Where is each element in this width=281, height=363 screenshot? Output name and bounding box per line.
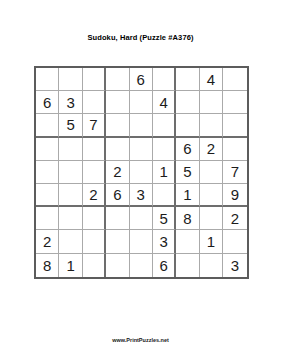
sudoku-cell-r1c9 <box>223 68 246 91</box>
sudoku-cell-r5c5 <box>130 161 153 184</box>
sudoku-cell-r5c6: 1 <box>153 161 176 184</box>
sudoku-cell-r2c1: 6 <box>36 91 59 114</box>
sudoku-cell-r6c9: 9 <box>223 184 246 207</box>
sudoku-cell-r1c1 <box>36 68 59 91</box>
sudoku-cell-r3c7 <box>176 114 199 137</box>
sudoku-cell-r5c4: 2 <box>106 161 129 184</box>
sudoku-cell-r7c3 <box>83 207 106 230</box>
sudoku-cell-r2c2: 3 <box>59 91 82 114</box>
sudoku-cell-r8c1: 2 <box>36 230 59 253</box>
sudoku-cell-r2c6: 4 <box>153 91 176 114</box>
sudoku-cell-r7c6: 5 <box>153 207 176 230</box>
sudoku-cell-r3c8 <box>200 114 223 137</box>
sudoku-cell-r1c5: 6 <box>130 68 153 91</box>
sudoku-cell-r3c4 <box>106 114 129 137</box>
sudoku-cell-r1c4 <box>106 68 129 91</box>
sudoku-cell-r5c8 <box>200 161 223 184</box>
sudoku-cell-r2c8 <box>200 91 223 114</box>
sudoku-cell-r7c5 <box>130 207 153 230</box>
sudoku-cell-r7c2 <box>59 207 82 230</box>
sudoku-cell-r9c3 <box>83 254 106 277</box>
sudoku-cell-r1c2 <box>59 68 82 91</box>
sudoku-cell-r4c3 <box>83 138 106 161</box>
sudoku-cell-r3c3: 7 <box>83 114 106 137</box>
sudoku-cell-r6c7: 1 <box>176 184 199 207</box>
sudoku-cell-r3c2: 5 <box>59 114 82 137</box>
sudoku-cell-r9c4 <box>106 254 129 277</box>
sudoku-cell-r8c9 <box>223 230 246 253</box>
sudoku-cell-r3c6 <box>153 114 176 137</box>
sudoku-cell-r5c3 <box>83 161 106 184</box>
sudoku-cell-r1c6 <box>153 68 176 91</box>
sudoku-cell-r6c1 <box>36 184 59 207</box>
sudoku-cell-r7c4 <box>106 207 129 230</box>
sudoku-cell-r8c7 <box>176 230 199 253</box>
sudoku-cell-r6c3: 2 <box>83 184 106 207</box>
sudoku-cell-r4c9 <box>223 138 246 161</box>
sudoku-grid: 6463457622157263195822318163 <box>34 66 249 279</box>
sudoku-cell-r6c5: 3 <box>130 184 153 207</box>
sudoku-cell-r4c7: 6 <box>176 138 199 161</box>
sudoku-cell-r4c4 <box>106 138 129 161</box>
sudoku-cell-r5c1 <box>36 161 59 184</box>
sudoku-cell-r8c8: 1 <box>200 230 223 253</box>
sudoku-cell-r6c8 <box>200 184 223 207</box>
sudoku-cell-r5c9: 7 <box>223 161 246 184</box>
sudoku-cell-r5c7: 5 <box>176 161 199 184</box>
sudoku-cell-r7c7: 8 <box>176 207 199 230</box>
sudoku-cell-r9c2: 1 <box>59 254 82 277</box>
sudoku-cell-r6c2 <box>59 184 82 207</box>
sudoku-cell-r2c9 <box>223 91 246 114</box>
sudoku-cell-r6c4: 6 <box>106 184 129 207</box>
sudoku-cell-r9c5 <box>130 254 153 277</box>
sudoku-cell-r8c3 <box>83 230 106 253</box>
sudoku-cell-r7c9: 2 <box>223 207 246 230</box>
sudoku-cell-r8c6: 3 <box>153 230 176 253</box>
sudoku-cell-r8c4 <box>106 230 129 253</box>
sudoku-cell-r2c4 <box>106 91 129 114</box>
sudoku-cell-r9c6: 6 <box>153 254 176 277</box>
sudoku-cell-r4c8: 2 <box>200 138 223 161</box>
sudoku-cell-r2c3 <box>83 91 106 114</box>
sudoku-cell-r9c9: 3 <box>223 254 246 277</box>
sudoku-cell-r3c9 <box>223 114 246 137</box>
sudoku-cell-r9c8 <box>200 254 223 277</box>
footer-url: www.PrintPuzzles.net <box>0 337 281 343</box>
sudoku-cell-r1c3 <box>83 68 106 91</box>
sudoku-cell-r2c5 <box>130 91 153 114</box>
sudoku-cell-r4c2 <box>59 138 82 161</box>
sudoku-cell-r8c5 <box>130 230 153 253</box>
sudoku-cell-r8c2 <box>59 230 82 253</box>
sudoku-cell-r2c7 <box>176 91 199 114</box>
sudoku-page: Sudoku, Hard (Puzzle #A376) 646345762215… <box>0 0 281 363</box>
sudoku-cell-r7c1 <box>36 207 59 230</box>
sudoku-cell-r1c7 <box>176 68 199 91</box>
sudoku-cell-r1c8: 4 <box>200 68 223 91</box>
puzzle-title: Sudoku, Hard (Puzzle #A376) <box>0 33 281 42</box>
sudoku-cell-r4c5 <box>130 138 153 161</box>
sudoku-cell-r7c8 <box>200 207 223 230</box>
sudoku-cell-r3c1 <box>36 114 59 137</box>
sudoku-cell-r9c1: 8 <box>36 254 59 277</box>
sudoku-cell-r9c7 <box>176 254 199 277</box>
sudoku-cell-r3c5 <box>130 114 153 137</box>
sudoku-cell-r5c2 <box>59 161 82 184</box>
sudoku-cell-r4c6 <box>153 138 176 161</box>
sudoku-cell-r4c1 <box>36 138 59 161</box>
sudoku-cell-r6c6 <box>153 184 176 207</box>
